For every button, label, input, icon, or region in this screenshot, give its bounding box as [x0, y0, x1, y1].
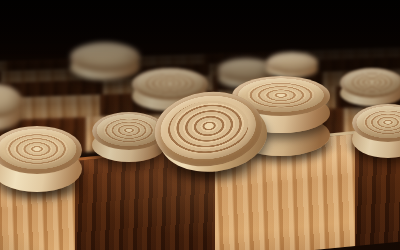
photo-scene — [0, 0, 400, 250]
checker-piece-front-left — [0, 126, 82, 196]
checker-piece-hero-tilted — [150, 86, 267, 183]
checker-top — [340, 68, 400, 98]
checker-top — [266, 52, 318, 74]
checker-piece-back-left — [70, 42, 140, 82]
checker-piece-right-edge — [352, 104, 400, 160]
checker-top — [70, 42, 140, 72]
checker-piece-back-right — [340, 68, 400, 108]
checker-piece-far-left-partial — [0, 84, 22, 132]
